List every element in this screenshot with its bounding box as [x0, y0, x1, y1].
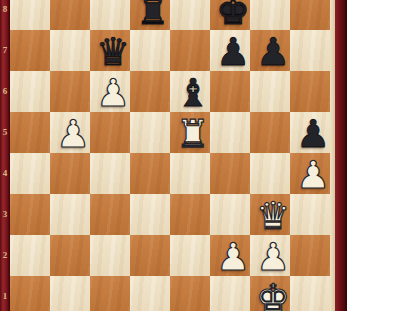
square-a5[interactable] — [10, 112, 50, 153]
rank-label-8: 8 — [0, 4, 10, 15]
square-a7[interactable] — [10, 30, 50, 71]
square-f7[interactable]: ♟ — [210, 30, 250, 71]
white-pawn-c6[interactable]: ♟ — [96, 75, 130, 112]
black-pawn-h5[interactable]: ♟ — [296, 116, 330, 153]
white-pawn-f2[interactable]: ♟ — [216, 239, 250, 276]
square-h2[interactable] — [290, 235, 330, 276]
square-h3[interactable] — [290, 194, 330, 235]
square-a2[interactable] — [10, 235, 50, 276]
square-e2[interactable] — [170, 235, 210, 276]
board-squares-area: ♜♚♛♟♟♟♝♟♜♟♟♛♟♟♚ — [10, 0, 330, 311]
square-a1[interactable] — [10, 276, 50, 311]
square-b8[interactable] — [50, 0, 90, 30]
square-b2[interactable] — [50, 235, 90, 276]
rank-label-7: 7 — [0, 45, 10, 56]
square-b4[interactable] — [50, 153, 90, 194]
white-pawn-g2[interactable]: ♟ — [256, 239, 290, 276]
square-c1[interactable] — [90, 276, 130, 311]
square-e4[interactable] — [170, 153, 210, 194]
square-d4[interactable] — [130, 153, 170, 194]
square-c3[interactable] — [90, 194, 130, 235]
square-e1[interactable] — [170, 276, 210, 311]
square-h8[interactable] — [290, 0, 330, 30]
square-d6[interactable] — [130, 71, 170, 112]
square-g3[interactable]: ♛ — [250, 194, 290, 235]
square-b6[interactable] — [50, 71, 90, 112]
rank-label-6: 6 — [0, 86, 10, 97]
square-b7[interactable] — [50, 30, 90, 71]
square-d3[interactable] — [130, 194, 170, 235]
square-h1[interactable] — [290, 276, 330, 311]
square-d2[interactable] — [130, 235, 170, 276]
black-pawn-f7[interactable]: ♟ — [216, 34, 250, 71]
square-e7[interactable] — [170, 30, 210, 71]
square-c4[interactable] — [90, 153, 130, 194]
square-d5[interactable] — [130, 112, 170, 153]
square-b5[interactable]: ♟ — [50, 112, 90, 153]
square-c5[interactable] — [90, 112, 130, 153]
square-g4[interactable] — [250, 153, 290, 194]
white-rook-e5[interactable]: ♜ — [176, 116, 210, 153]
black-queen-c7[interactable]: ♛ — [96, 34, 130, 71]
black-pawn-g7[interactable]: ♟ — [256, 34, 290, 71]
square-e5[interactable]: ♜ — [170, 112, 210, 153]
board-grid: ♜♚♛♟♟♟♝♟♜♟♟♛♟♟♚ — [10, 0, 330, 311]
square-c8[interactable] — [90, 0, 130, 30]
square-f4[interactable] — [210, 153, 250, 194]
square-c7[interactable]: ♛ — [90, 30, 130, 71]
white-pawn-h4[interactable]: ♟ — [296, 157, 330, 194]
square-g6[interactable] — [250, 71, 290, 112]
square-a4[interactable] — [10, 153, 50, 194]
rank-label-2: 2 — [0, 250, 10, 261]
square-a8[interactable] — [10, 0, 50, 30]
square-h5[interactable]: ♟ — [290, 112, 330, 153]
square-c2[interactable] — [90, 235, 130, 276]
square-e8[interactable] — [170, 0, 210, 30]
square-f8[interactable]: ♚ — [210, 0, 250, 30]
white-king-g1[interactable]: ♚ — [256, 280, 290, 311]
square-f1[interactable] — [210, 276, 250, 311]
square-g1[interactable]: ♚ — [250, 276, 290, 311]
square-a6[interactable] — [10, 71, 50, 112]
square-b3[interactable] — [50, 194, 90, 235]
square-e6[interactable]: ♝ — [170, 71, 210, 112]
rank-label-5: 5 — [0, 127, 10, 138]
square-g8[interactable] — [250, 0, 290, 30]
square-d8[interactable]: ♜ — [130, 0, 170, 30]
white-queen-g3[interactable]: ♛ — [256, 198, 290, 235]
rank-label-3: 3 — [0, 209, 10, 220]
square-g5[interactable] — [250, 112, 290, 153]
square-f3[interactable] — [210, 194, 250, 235]
square-h6[interactable] — [290, 71, 330, 112]
white-pawn-b5[interactable]: ♟ — [56, 116, 90, 153]
chess-diagram: ♜♚♛♟♟♟♝♟♜♟♟♛♟♟♚ 87654321 — [0, 0, 414, 311]
chess-board: ♜♚♛♟♟♟♝♟♜♟♟♛♟♟♚ 87654321 — [0, 0, 347, 311]
board-right-border — [335, 0, 347, 311]
rank-label-1: 1 — [0, 291, 10, 302]
square-a3[interactable] — [10, 194, 50, 235]
black-king-f8[interactable]: ♚ — [216, 0, 250, 30]
square-f5[interactable] — [210, 112, 250, 153]
square-e3[interactable] — [170, 194, 210, 235]
square-h7[interactable] — [290, 30, 330, 71]
square-c6[interactable]: ♟ — [90, 71, 130, 112]
square-f6[interactable] — [210, 71, 250, 112]
square-d7[interactable] — [130, 30, 170, 71]
square-h4[interactable]: ♟ — [290, 153, 330, 194]
square-f2[interactable]: ♟ — [210, 235, 250, 276]
square-b1[interactable] — [50, 276, 90, 311]
black-bishop-e6[interactable]: ♝ — [176, 75, 210, 112]
square-g7[interactable]: ♟ — [250, 30, 290, 71]
black-rook-d8[interactable]: ♜ — [136, 0, 170, 30]
square-d1[interactable] — [130, 276, 170, 311]
rank-label-4: 4 — [0, 168, 10, 179]
square-g2[interactable]: ♟ — [250, 235, 290, 276]
